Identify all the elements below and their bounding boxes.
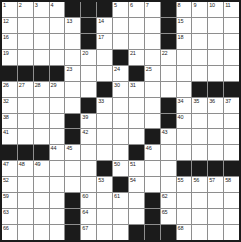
clue-number-48: 48 [19,161,25,167]
black-cell-r10c2 [18,145,33,160]
cell-r13c8[interactable]: 61 [113,193,128,208]
cell-r3c14[interactable] [208,34,223,49]
cell-r8c13[interactable] [192,114,207,129]
cell-r3c12[interactable]: 18 [177,34,192,49]
cell-r9c14[interactable] [208,129,223,144]
black-cell-r15c11 [161,225,176,240]
cell-r4c14[interactable] [208,50,223,65]
cell-r10c13[interactable] [192,145,207,160]
cell-r10c7[interactable] [97,145,112,160]
cell-r14c7[interactable] [97,209,112,224]
cell-r4c13[interactable] [192,50,207,65]
cell-r15c8[interactable] [113,225,128,240]
cell-r9c9[interactable] [129,129,144,144]
black-cell-r9c10 [145,129,160,144]
cell-r9c7[interactable] [97,129,112,144]
clue-number-46: 46 [146,145,152,151]
cell-r12c2[interactable] [18,177,33,192]
cell-r13c11[interactable]: 62 [161,193,176,208]
cell-r13c14[interactable] [208,193,223,208]
cell-r5c7[interactable] [97,66,112,81]
cell-r7c7[interactable]: 33 [97,98,112,113]
cell-r5c10[interactable]: 25 [145,66,160,81]
black-cell-r7c11 [161,98,176,113]
cell-r3c8[interactable] [113,34,128,49]
clue-number-56: 56 [193,177,199,183]
black-cell-r15c5 [65,225,80,240]
cell-r1c3[interactable]: 3 [34,2,49,17]
clue-number-27: 27 [19,82,25,88]
cell-r8c12[interactable]: 40 [177,114,192,129]
black-cell-r15c9 [129,225,144,240]
cell-r10c4[interactable]: 44 [50,145,65,160]
cell-r1c12[interactable]: 8 [177,2,192,17]
clue-number-50: 50 [114,161,120,167]
cell-r7c14[interactable]: 36 [208,98,223,113]
cell-r1c4[interactable]: 4 [50,2,65,17]
black-cell-r8c11 [161,114,176,129]
cell-r11c11[interactable] [161,161,176,176]
cell-r4c2[interactable] [18,50,33,65]
cell-r6c11[interactable] [161,82,176,97]
cell-r4c4[interactable] [50,50,65,65]
cell-r2c3[interactable] [34,18,49,33]
cell-r1c13[interactable]: 9 [192,2,207,17]
cell-r6c5[interactable] [65,82,80,97]
clue-number-12: 12 [3,18,9,24]
cell-r15c2[interactable] [18,225,33,240]
cell-r7c13[interactable]: 35 [192,98,207,113]
cell-r4c3[interactable] [34,50,49,65]
clue-number-41: 41 [3,129,9,135]
clue-number-15: 15 [178,18,184,24]
black-cell-r2c11 [161,18,176,33]
clue-number-42: 42 [82,129,88,135]
black-cell-r5c4 [50,66,65,81]
cell-r3c15[interactable] [224,34,239,49]
cell-r3c3[interactable] [34,34,49,49]
black-cell-r13c5 [65,193,80,208]
cell-r7c2[interactable] [18,98,33,113]
cell-r3c4[interactable] [50,34,65,49]
clue-number-68: 68 [178,225,184,231]
cell-r11c6[interactable] [81,161,96,176]
cell-r8c4[interactable] [50,114,65,129]
clue-number-4: 4 [51,2,54,8]
clue-number-61: 61 [114,193,120,199]
clue-number-26: 26 [3,82,9,88]
clue-number-21: 21 [130,50,136,56]
cell-r12c7[interactable]: 53 [97,177,112,192]
black-cell-r6c15 [224,82,239,97]
clue-number-17: 17 [98,34,104,40]
cell-r7c8[interactable] [113,98,128,113]
cell-r13c9[interactable] [129,193,144,208]
cell-r9c12[interactable] [177,129,192,144]
black-cell-r6c13 [192,82,207,97]
cell-r6c4[interactable]: 29 [50,82,65,97]
cell-r14c8[interactable] [113,209,128,224]
clue-number-60: 60 [82,193,88,199]
cell-r5c5[interactable]: 23 [65,66,80,81]
cell-r12c14[interactable]: 57 [208,177,223,192]
clue-number-37: 37 [225,98,231,104]
cell-r6c10[interactable] [145,82,160,97]
cell-r2c5[interactable]: 13 [65,18,80,33]
cell-r6c3[interactable]: 28 [34,82,49,97]
cell-r9c13[interactable] [192,129,207,144]
black-cell-r11c7 [97,161,112,176]
clue-number-7: 7 [146,2,149,8]
cell-r7c3[interactable] [34,98,49,113]
cell-r6c9[interactable]: 31 [129,82,144,97]
black-cell-r5c2 [18,66,33,81]
black-cell-r6c14 [208,82,223,97]
cell-r14c11[interactable]: 65 [161,209,176,224]
cell-r12c1[interactable]: 52 [2,177,17,192]
cell-r2c13[interactable] [192,18,207,33]
cell-r7c12[interactable]: 34 [177,98,192,113]
clue-number-53: 53 [98,177,104,183]
cell-r1c9[interactable]: 6 [129,2,144,17]
cell-r14c12[interactable] [177,209,192,224]
cell-r12c6[interactable] [81,177,96,192]
cell-r12c13[interactable]: 56 [192,177,207,192]
black-cell-r1c5 [65,2,80,17]
black-cell-r5c9 [129,66,144,81]
crossword-grid: 1234567891011121314151617181920212223242… [0,0,241,242]
black-cell-r14c10 [145,209,160,224]
clue-number-43: 43 [162,129,168,135]
cell-r3c9[interactable] [129,34,144,49]
cell-r1c14[interactable]: 10 [208,2,223,17]
black-cell-r11c13 [192,161,207,176]
clue-number-22: 22 [162,50,168,56]
cell-r9c8[interactable] [113,129,128,144]
clue-number-13: 13 [66,18,72,24]
clue-number-51: 51 [130,161,136,167]
clue-number-58: 58 [225,177,231,183]
cell-r12c5[interactable] [65,177,80,192]
cell-r8c8[interactable] [113,114,128,129]
black-cell-r2c6 [81,18,96,33]
cell-r5c15[interactable] [224,66,239,81]
clue-number-10: 10 [209,2,215,8]
cell-r1c2[interactable]: 2 [18,2,33,17]
cell-r11c5[interactable] [65,161,80,176]
cell-r8c15[interactable] [224,114,239,129]
black-cell-r1c11 [161,2,176,17]
clue-number-24: 24 [114,66,120,72]
cell-r4c7[interactable] [97,50,112,65]
cell-r3c5[interactable] [65,34,80,49]
cell-r12c4[interactable] [50,177,65,192]
cell-r14c9[interactable] [129,209,144,224]
clue-number-28: 28 [35,82,41,88]
cell-r6c6[interactable] [81,82,96,97]
cell-r2c8[interactable] [113,18,128,33]
cell-r11c3[interactable]: 49 [34,161,49,176]
cell-r2c2[interactable] [18,18,33,33]
cell-r12c3[interactable] [34,177,49,192]
cell-r2c7[interactable]: 14 [97,18,112,33]
cell-r10c5[interactable]: 45 [65,145,80,160]
black-cell-r8c5 [65,114,80,129]
cell-r3c10[interactable] [145,34,160,49]
clue-number-36: 36 [209,98,215,104]
cell-r4c12[interactable] [177,50,192,65]
cell-r7c4[interactable] [50,98,65,113]
cell-r7c1[interactable]: 32 [2,98,17,113]
cell-r14c13[interactable] [192,209,207,224]
clue-number-66: 66 [3,225,9,231]
clue-number-67: 67 [82,225,88,231]
black-cell-r9c5 [65,129,80,144]
cell-r13c12[interactable] [177,193,192,208]
cell-r7c9[interactable] [129,98,144,113]
cell-r3c13[interactable] [192,34,207,49]
black-cell-r12c8 [113,177,128,192]
cell-r4c15[interactable] [224,50,239,65]
black-cell-r5c3 [34,66,49,81]
black-cell-r10c1 [2,145,17,160]
black-cell-r11c14 [208,161,223,176]
clue-number-39: 39 [82,114,88,120]
clue-number-35: 35 [193,98,199,104]
clue-number-55: 55 [178,177,184,183]
cell-r13c1[interactable]: 59 [2,193,17,208]
cell-r5c6[interactable] [81,66,96,81]
clue-number-20: 20 [82,50,88,56]
clue-number-59: 59 [3,193,9,199]
cell-r6c1[interactable]: 26 [2,82,17,97]
cell-r9c3[interactable] [34,129,49,144]
clue-number-33: 33 [98,98,104,104]
clue-number-19: 19 [3,50,9,56]
cell-r15c6[interactable]: 67 [81,225,96,240]
clue-number-1: 1 [3,2,6,8]
black-cell-r15c10 [145,225,160,240]
cell-r4c6[interactable]: 20 [81,50,96,65]
cell-r12c12[interactable]: 55 [177,177,192,192]
clue-number-34: 34 [178,98,184,104]
cell-r2c4[interactable] [50,18,65,33]
black-cell-r3c11 [161,34,176,49]
clue-number-23: 23 [66,66,72,72]
cell-r10c12[interactable] [177,145,192,160]
black-cell-r10c3 [34,145,49,160]
clue-number-29: 29 [51,82,57,88]
cell-r8c6[interactable]: 39 [81,114,96,129]
cell-r4c9[interactable]: 21 [129,50,144,65]
black-cell-r11c12 [177,161,192,176]
black-cell-r11c15 [224,161,239,176]
cell-r5c11[interactable] [161,66,176,81]
cell-r14c6[interactable]: 64 [81,209,96,224]
cell-r8c10[interactable] [145,114,160,129]
clue-number-32: 32 [3,98,9,104]
black-cell-r6c7 [97,82,112,97]
cell-r9c11[interactable]: 43 [161,129,176,144]
cell-r7c10[interactable] [145,98,160,113]
cell-r7c5[interactable] [65,98,80,113]
cell-r11c4[interactable] [50,161,65,176]
clue-number-49: 49 [35,161,41,167]
cell-r12c9[interactable]: 54 [129,177,144,192]
clue-number-31: 31 [130,82,136,88]
clue-number-8: 8 [178,2,181,8]
clue-number-14: 14 [98,18,104,24]
cell-r8c3[interactable] [34,114,49,129]
cell-r9c4[interactable] [50,129,65,144]
cell-r9c6[interactable]: 42 [81,129,96,144]
cell-r13c4[interactable] [50,193,65,208]
clue-number-5: 5 [114,2,117,8]
cell-r5c12[interactable] [177,66,192,81]
cell-r11c9[interactable]: 51 [129,161,144,176]
cell-r15c1[interactable]: 66 [2,225,17,240]
cell-r4c5[interactable] [65,50,80,65]
clue-number-11: 11 [225,2,230,8]
cell-r11c8[interactable]: 50 [113,161,128,176]
cell-r8c1[interactable]: 38 [2,114,17,129]
cell-r14c4[interactable] [50,209,65,224]
cell-r5c13[interactable] [192,66,207,81]
black-cell-r14c5 [65,209,80,224]
cell-r13c6[interactable]: 60 [81,193,96,208]
cell-r3c1[interactable]: 16 [2,34,17,49]
cell-r14c1[interactable]: 63 [2,209,17,224]
black-cell-r4c8 [113,50,128,65]
cell-r2c10[interactable] [145,18,160,33]
cell-r2c9[interactable] [129,18,144,33]
clue-number-62: 62 [162,193,168,199]
cell-r7c15[interactable]: 37 [224,98,239,113]
black-cell-r10c9 [129,145,144,160]
cell-r8c7[interactable] [97,114,112,129]
cell-r13c13[interactable] [192,193,207,208]
cell-r1c1[interactable]: 1 [2,2,17,17]
cell-r12c11[interactable] [161,177,176,192]
clue-number-44: 44 [51,145,57,151]
cell-r14c14[interactable] [208,209,223,224]
cell-r1c10[interactable]: 7 [145,2,160,17]
clue-number-38: 38 [3,114,9,120]
cell-r11c10[interactable] [145,161,160,176]
cell-r15c3[interactable] [34,225,49,240]
cell-r4c1[interactable]: 19 [2,50,17,65]
cell-r15c12[interactable]: 68 [177,225,192,240]
clue-number-6: 6 [130,2,133,8]
cell-r10c14[interactable] [208,145,223,160]
cell-r10c6[interactable] [81,145,96,160]
black-cell-r1c7 [97,2,112,17]
clue-number-52: 52 [3,177,9,183]
clue-number-2: 2 [19,2,22,8]
black-cell-r13c10 [145,193,160,208]
cell-r13c3[interactable] [34,193,49,208]
cell-r4c10[interactable] [145,50,160,65]
cell-r10c11[interactable] [161,145,176,160]
cell-r8c9[interactable] [129,114,144,129]
cell-r1c8[interactable]: 5 [113,2,128,17]
cell-r13c2[interactable] [18,193,33,208]
cell-r6c12[interactable] [177,82,192,97]
clue-number-3: 3 [35,2,38,8]
clue-number-30: 30 [114,82,120,88]
clue-number-18: 18 [178,34,184,40]
cell-r14c15[interactable] [224,209,239,224]
cell-r2c1[interactable]: 12 [2,18,17,33]
cell-r5c14[interactable] [208,66,223,81]
cell-r13c7[interactable] [97,193,112,208]
cell-r15c14[interactable] [208,225,223,240]
cell-r13c15[interactable] [224,193,239,208]
clue-number-25: 25 [146,66,152,72]
cell-r1c15[interactable]: 11 [224,2,239,17]
cell-r2c12[interactable]: 15 [177,18,192,33]
cell-r9c2[interactable] [18,129,33,144]
cell-r5c8[interactable]: 24 [113,66,128,81]
cell-r2c14[interactable] [208,18,223,33]
clue-number-63: 63 [3,209,9,215]
cell-r14c3[interactable] [34,209,49,224]
cell-r15c4[interactable] [50,225,65,240]
cell-r3c7[interactable]: 17 [97,34,112,49]
cell-r12c10[interactable] [145,177,160,192]
cell-r11c1[interactable]: 47 [2,161,17,176]
cell-r8c2[interactable] [18,114,33,129]
cell-r11c2[interactable]: 48 [18,161,33,176]
clue-number-47: 47 [3,161,9,167]
cell-r4c11[interactable]: 22 [161,50,176,65]
black-cell-r3c6 [81,34,96,49]
cell-r2c15[interactable] [224,18,239,33]
black-cell-r5c1 [2,66,17,81]
clue-number-54: 54 [130,177,136,183]
cell-r3c2[interactable] [18,34,33,49]
clue-number-57: 57 [209,177,215,183]
cell-r12c15[interactable]: 58 [224,177,239,192]
cell-r10c8[interactable] [113,145,128,160]
cell-r9c1[interactable]: 41 [2,129,17,144]
clue-number-9: 9 [193,2,196,8]
black-cell-r7c6 [81,98,96,113]
black-cell-r1c6 [81,2,96,17]
clue-number-64: 64 [82,209,88,215]
clue-number-16: 16 [3,34,9,40]
cell-r15c15[interactable] [224,225,239,240]
cell-r8c14[interactable] [208,114,223,129]
cell-r15c13[interactable] [192,225,207,240]
cell-r15c7[interactable] [97,225,112,240]
cell-r6c2[interactable]: 27 [18,82,33,97]
clue-number-45: 45 [66,145,72,151]
cell-r6c8[interactable]: 30 [113,82,128,97]
cell-r10c15[interactable] [224,145,239,160]
clue-number-40: 40 [178,114,184,120]
cell-r14c2[interactable] [18,209,33,224]
clue-number-65: 65 [162,209,168,215]
cell-r10c10[interactable]: 46 [145,145,160,160]
cell-r9c15[interactable] [224,129,239,144]
